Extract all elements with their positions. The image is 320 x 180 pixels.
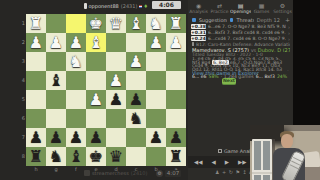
white-r-piece[interactable]: ♜ bbox=[29, 14, 43, 33]
square-g6[interactable] bbox=[46, 109, 66, 128]
tab-label: Openings bbox=[230, 9, 251, 14]
black-p-piece[interactable]: ♟ bbox=[109, 90, 123, 109]
rank-label-5: 5 bbox=[17, 90, 25, 109]
suggestions-checkbox[interactable] bbox=[192, 18, 196, 22]
square-h4[interactable] bbox=[26, 71, 46, 90]
depth-label: Depth 12 bbox=[257, 17, 280, 23]
file-label-h: h bbox=[26, 166, 46, 172]
membership-diamond-icon: ♦ bbox=[144, 3, 148, 9]
file-label-g: g bbox=[46, 166, 66, 172]
webcam-feed bbox=[250, 125, 320, 180]
eval-badge: +0.38 bbox=[191, 24, 206, 29]
square-a3[interactable] bbox=[166, 52, 186, 71]
window-pane bbox=[254, 175, 261, 180]
square-d3[interactable] bbox=[106, 52, 126, 71]
bottom-player-rating: (2410) bbox=[131, 170, 148, 176]
next-button[interactable]: Next bbox=[222, 78, 236, 85]
top-player-flag-icon bbox=[139, 5, 141, 8]
square-a6[interactable] bbox=[166, 109, 186, 128]
upload-icon[interactable]: ↥ bbox=[242, 169, 246, 176]
rank-labels: 12345678 bbox=[17, 14, 25, 166]
stat-token: 6... Bxf3 bbox=[256, 74, 275, 79]
reference-white-player: Mamedyarov, S (2757) bbox=[192, 47, 249, 52]
black-p-piece[interactable]: ♟ bbox=[89, 128, 103, 147]
square-e5[interactable]: ♟ bbox=[86, 90, 106, 109]
plus-icon[interactable]: + bbox=[222, 169, 226, 176]
square-c5[interactable]: ♟ bbox=[126, 90, 146, 109]
engine-line-1[interactable]: +0.386...e6 7. O-O Nge7 8. Be3 Nf5 9. Nb… bbox=[191, 24, 290, 30]
board-area: opponent88 (2431) ♦ 4:06 12345678 ♜♚♛♝♞♜… bbox=[0, 0, 188, 180]
square-f3[interactable]: ♞ bbox=[66, 52, 86, 71]
eval-badge: +0.31 bbox=[191, 30, 206, 35]
stat-token: 6... e6 bbox=[192, 74, 207, 79]
white-p-piece[interactable]: ♟ bbox=[29, 33, 43, 52]
square-a1[interactable]: ♜ bbox=[166, 14, 186, 33]
square-g3[interactable] bbox=[46, 52, 66, 71]
square-g4[interactable]: ♝ bbox=[46, 71, 66, 90]
square-f8[interactable]: ♝ bbox=[66, 147, 86, 166]
white-p-piece[interactable]: ♟ bbox=[69, 33, 83, 52]
engine-line-moves: 6...e6 7. O-O Nge7 8. Be3 Nf5 9. Nbd2 cx… bbox=[208, 24, 286, 29]
square-f1[interactable] bbox=[66, 14, 86, 33]
engine-toggles-row: Suggestions Threats Depth 12 + bbox=[192, 16, 290, 23]
threats-checkbox[interactable] bbox=[230, 18, 234, 22]
gear-icon[interactable]: ⚙ bbox=[156, 170, 163, 177]
square-b1[interactable]: ♞ bbox=[146, 14, 166, 33]
square-b7[interactable]: ♟ bbox=[146, 128, 166, 147]
white-clock: 4:06 bbox=[152, 1, 181, 9]
white-p-piece[interactable]: ♟ bbox=[109, 71, 123, 90]
square-c4[interactable] bbox=[126, 71, 146, 90]
square-b3[interactable] bbox=[146, 52, 166, 71]
person-face bbox=[281, 134, 293, 148]
back-button[interactable]: ◀ bbox=[211, 156, 215, 168]
white-p-piece[interactable]: ♟ bbox=[129, 52, 143, 71]
top-player-name: opponent88 bbox=[89, 3, 119, 9]
tab-label: Analysis bbox=[188, 9, 209, 14]
square-h5[interactable] bbox=[26, 90, 46, 109]
add-line-button[interactable]: + bbox=[285, 16, 290, 23]
white-r-piece[interactable]: ♜ bbox=[169, 14, 183, 33]
openings-tab-icon: ▤ bbox=[230, 2, 251, 9]
square-h3[interactable] bbox=[26, 52, 46, 71]
engine-line-moves: 6...cxd4 7. cxd4 e6 8. O-O Nge7 9. Nc3 N… bbox=[208, 36, 286, 41]
square-h2[interactable]: ♟ bbox=[26, 33, 46, 52]
engine-line-2[interactable]: +0.316...Bxf3 7. Bxf3 cxd4 8. cxd4 e6 9.… bbox=[191, 30, 290, 36]
square-d6[interactable] bbox=[106, 109, 126, 128]
black-r-piece[interactable]: ♜ bbox=[169, 147, 183, 166]
games-tab-icon: ▦ bbox=[251, 2, 272, 9]
black-p-piece[interactable]: ♟ bbox=[29, 128, 43, 147]
square-a7[interactable]: ♟ bbox=[166, 128, 186, 147]
square-e2[interactable]: ♝ bbox=[86, 33, 106, 52]
square-e7[interactable]: ♟ bbox=[86, 128, 106, 147]
forward-button[interactable]: ▶ bbox=[225, 156, 229, 168]
settings-tab-icon: ⚙ bbox=[272, 2, 293, 9]
black-p-piece[interactable]: ♟ bbox=[129, 90, 143, 109]
square-d2[interactable] bbox=[106, 33, 126, 52]
square-f4[interactable] bbox=[66, 71, 86, 90]
black-k-piece[interactable]: ♚ bbox=[89, 147, 103, 166]
black-r-piece[interactable]: ♜ bbox=[29, 147, 43, 166]
stat-token: 24% bbox=[277, 74, 287, 79]
square-f6[interactable] bbox=[66, 109, 86, 128]
square-b4[interactable] bbox=[146, 71, 166, 90]
flag-icon[interactable]: ⚑ bbox=[235, 169, 239, 176]
square-c8[interactable] bbox=[126, 147, 146, 166]
tab-settings[interactable]: ⚙Settings bbox=[272, 2, 293, 14]
rank-label-2: 2 bbox=[17, 33, 25, 52]
window-sill bbox=[252, 172, 272, 174]
stat-token: 58% bbox=[209, 74, 219, 79]
square-f2[interactable]: ♟ bbox=[66, 33, 86, 52]
white-n-piece[interactable]: ♞ bbox=[69, 52, 83, 71]
skip-to-end-button[interactable]: ▶▶ bbox=[238, 156, 246, 168]
black-clock: 4:07 bbox=[165, 170, 181, 177]
eval-badge: +0.24 bbox=[191, 36, 206, 41]
reference-game-players[interactable]: Mamedyarov, S (2757) vs Dubov, D (2708) bbox=[192, 47, 290, 52]
rank-label-1: 1 bbox=[17, 14, 25, 33]
rank-label-3: 3 bbox=[17, 52, 25, 71]
top-player-bar[interactable]: opponent88 (2431) ♦ bbox=[84, 2, 148, 10]
square-c3[interactable]: ♟ bbox=[126, 52, 146, 71]
square-h8[interactable]: ♜ bbox=[26, 147, 46, 166]
square-c7[interactable] bbox=[126, 128, 146, 147]
black-p-piece[interactable]: ♟ bbox=[69, 128, 83, 147]
tab-label: Practice bbox=[209, 9, 230, 14]
window-pane bbox=[263, 175, 270, 180]
rank-label-7: 7 bbox=[17, 128, 25, 147]
top-player-avatar bbox=[84, 3, 87, 9]
square-f5[interactable] bbox=[66, 90, 86, 109]
square-h6[interactable] bbox=[26, 109, 46, 128]
square-a8[interactable]: ♜ bbox=[166, 147, 186, 166]
square-g1[interactable] bbox=[46, 14, 66, 33]
square-g7[interactable]: ♟ bbox=[46, 128, 66, 147]
square-c1[interactable]: ♝ bbox=[126, 14, 146, 33]
square-c6[interactable]: ♞ bbox=[126, 109, 146, 128]
bottom-player-avatar bbox=[84, 170, 90, 176]
square-d4[interactable]: ♟ bbox=[106, 71, 126, 90]
square-e1[interactable]: ♚ bbox=[86, 14, 106, 33]
square-e6[interactable] bbox=[86, 109, 106, 128]
threats-label: Threats bbox=[236, 17, 253, 23]
pawn-icon[interactable]: ♟ bbox=[215, 169, 219, 176]
square-g2[interactable]: ♟ bbox=[46, 33, 66, 52]
white-p-piece[interactable]: ♟ bbox=[169, 33, 183, 52]
square-a2[interactable]: ♟ bbox=[166, 33, 186, 52]
square-e4[interactable] bbox=[86, 71, 106, 90]
square-b8[interactable] bbox=[146, 147, 166, 166]
file-label-f: f bbox=[66, 166, 86, 172]
book-icon bbox=[192, 42, 194, 46]
white-p-piece[interactable]: ♟ bbox=[49, 33, 63, 52]
rank-label-6: 6 bbox=[17, 109, 25, 128]
square-g8[interactable]: ♞ bbox=[46, 147, 66, 166]
square-d8[interactable]: ♛ bbox=[106, 147, 126, 166]
square-h1[interactable]: ♜ bbox=[26, 14, 46, 33]
tab-label: Games bbox=[251, 9, 272, 14]
screenshot-root: opponent88 (2431) ♦ 4:06 12345678 ♜♚♛♝♞♜… bbox=[0, 0, 320, 180]
reference-black-player: Dubov, D (2708) bbox=[258, 47, 290, 52]
reference-vs: vs bbox=[251, 47, 257, 52]
panel-tabs: ◉Analysis⇄Practice▤Openings▦Games⚙Settin… bbox=[188, 2, 293, 14]
black-n-piece[interactable]: ♞ bbox=[49, 147, 63, 166]
engine-line-moves: 6...Bxf3 7. Bxf3 cxd4 8. cxd4 e6 9. O-O … bbox=[208, 30, 286, 35]
tab-games[interactable]: ▦Games bbox=[251, 2, 272, 14]
webcam-window bbox=[252, 139, 272, 180]
square-a5[interactable] bbox=[166, 90, 186, 109]
explorer-stats-row: 6... e658%· 1,284 games6... Bxf324% bbox=[192, 74, 289, 79]
white-b-piece[interactable]: ♝ bbox=[89, 33, 103, 52]
window-pane bbox=[254, 141, 261, 170]
rank-label-4: 4 bbox=[17, 71, 25, 90]
square-b6[interactable] bbox=[146, 109, 166, 128]
square-e8[interactable]: ♚ bbox=[86, 147, 106, 166]
analysis-tab-icon: ◉ bbox=[188, 2, 209, 9]
flip-board-icon[interactable]: ↻ bbox=[229, 169, 233, 176]
square-b5[interactable] bbox=[146, 90, 166, 109]
black-b-piece[interactable]: ♝ bbox=[69, 147, 83, 166]
black-b-piece[interactable]: ♝ bbox=[49, 71, 63, 90]
square-h7[interactable]: ♟ bbox=[26, 128, 46, 147]
bottom-player-bar[interactable]: streamerchess (2410) bbox=[84, 169, 154, 177]
square-c2[interactable] bbox=[126, 33, 146, 52]
game-analysis-checkbox[interactable] bbox=[218, 149, 222, 153]
white-p-piece[interactable]: ♟ bbox=[149, 33, 163, 52]
square-a4[interactable] bbox=[166, 71, 186, 90]
black-p-piece[interactable]: ♟ bbox=[49, 128, 63, 147]
black-n-piece[interactable]: ♞ bbox=[129, 109, 143, 128]
square-d1[interactable]: ♛ bbox=[106, 14, 126, 33]
black-p-piece[interactable]: ♟ bbox=[149, 128, 163, 147]
square-f7[interactable]: ♟ bbox=[66, 128, 86, 147]
white-n-piece[interactable]: ♞ bbox=[149, 14, 163, 33]
white-q-piece[interactable]: ♛ bbox=[109, 14, 123, 33]
practice-tab-icon: ⇄ bbox=[209, 2, 230, 9]
square-b2[interactable]: ♟ bbox=[146, 33, 166, 52]
tab-label: Settings bbox=[272, 9, 293, 14]
suggestions-label: Suggestions bbox=[199, 17, 227, 23]
engine-lines: +0.386...e6 7. O-O Nge7 8. Be3 Nf5 9. Nb… bbox=[191, 24, 290, 42]
white-p-piece[interactable]: ♟ bbox=[89, 90, 103, 109]
chess-board[interactable]: ♜♚♛♝♞♜♟♟♟♝♟♟♞♟♝♟♟♟♟♞♟♟♟♟♟♟♜♞♝♚♛♜ bbox=[26, 14, 186, 166]
tab-analysis[interactable]: ◉Analysis bbox=[188, 2, 209, 14]
square-g5[interactable] bbox=[46, 90, 66, 109]
square-d7[interactable] bbox=[106, 128, 126, 147]
tab-practice[interactable]: ⇄Practice bbox=[209, 2, 230, 14]
white-b-piece[interactable]: ♝ bbox=[129, 14, 143, 33]
black-p-piece[interactable]: ♟ bbox=[169, 128, 183, 147]
window-pane bbox=[263, 141, 270, 170]
square-d5[interactable]: ♟ bbox=[106, 90, 126, 109]
top-player-rating: (2431) bbox=[121, 3, 138, 9]
black-q-piece[interactable]: ♛ bbox=[109, 147, 123, 166]
bottom-player-name: streamerchess bbox=[92, 170, 129, 176]
skip-to-start-button[interactable]: ◀◀ bbox=[194, 156, 202, 168]
chevron-right-icon[interactable]: › bbox=[288, 30, 290, 36]
tab-openings[interactable]: ▤Openings bbox=[230, 2, 251, 14]
chevron-right-icon[interactable]: › bbox=[288, 24, 290, 30]
square-e3[interactable] bbox=[86, 52, 106, 71]
rank-label-8: 8 bbox=[17, 147, 25, 166]
white-k-piece[interactable]: ♚ bbox=[89, 14, 103, 33]
